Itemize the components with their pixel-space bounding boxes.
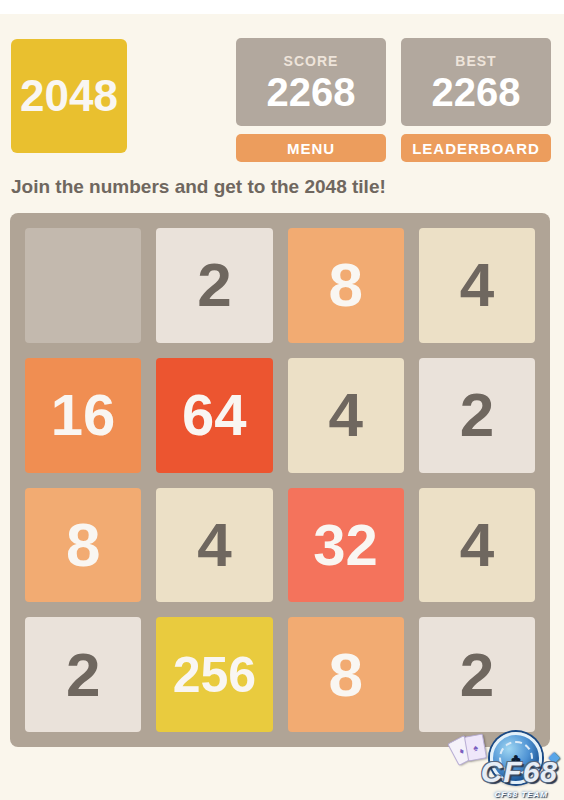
tile-8: 8 — [25, 488, 141, 603]
tile-8: 8 — [288, 617, 404, 732]
watermark-subtext: CF68 TEAM — [495, 790, 548, 799]
tile-2: 2 — [25, 617, 141, 732]
page-background: 2048 SCORE 2268 BEST 2268 MENU LEADERBOA… — [0, 0, 564, 800]
logo-text: 2048 — [20, 71, 118, 121]
score-value: 2268 — [267, 70, 356, 114]
tile-4: 4 — [156, 488, 272, 603]
empty-cell — [25, 228, 141, 343]
board-grid[interactable]: 28416644284324225682 — [10, 213, 550, 747]
tile-2: 2 — [419, 617, 535, 732]
tile-256: 256 — [156, 617, 272, 732]
watermark-text: CF68 — [481, 755, 558, 789]
top-white-strip — [0, 0, 564, 14]
tile-4: 4 — [419, 228, 535, 343]
tagline: Join the numbers and get to the 2048 til… — [11, 176, 531, 198]
tile-2: 2 — [419, 358, 535, 473]
score-box: SCORE 2268 — [236, 38, 386, 126]
menu-button[interactable]: MENU — [236, 134, 386, 162]
tile-8: 8 — [288, 228, 404, 343]
best-value: 2268 — [432, 70, 521, 114]
logo-tile-2048: 2048 — [11, 39, 127, 153]
tile-2: 2 — [156, 228, 272, 343]
cf68-watermark: ♦ ♠ ♣ ◆ ◆ CF68 CF68 TEAM — [444, 732, 564, 800]
score-label: SCORE — [284, 52, 339, 70]
tile-16: 16 — [25, 358, 141, 473]
tile-32: 32 — [288, 488, 404, 603]
leaderboard-button[interactable]: LEADERBOARD — [401, 134, 551, 162]
best-label: BEST — [455, 52, 496, 70]
tile-4: 4 — [288, 358, 404, 473]
best-box: BEST 2268 — [401, 38, 551, 126]
tile-4: 4 — [419, 488, 535, 603]
tile-64: 64 — [156, 358, 272, 473]
